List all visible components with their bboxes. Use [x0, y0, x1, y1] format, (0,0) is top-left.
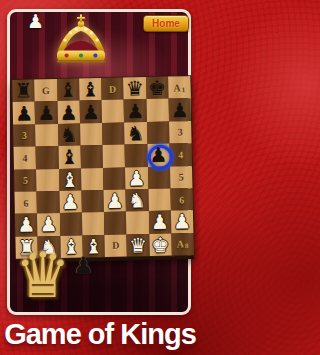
piece-white-pawn[interactable]: ♟: [148, 211, 171, 234]
square-f5[interactable]: ♝: [59, 168, 82, 191]
square-e2[interactable]: ♟: [79, 100, 102, 123]
square-b4[interactable]: ♟: [147, 144, 170, 167]
square-d3[interactable]: [102, 122, 125, 145]
square-d8[interactable]: D: [104, 234, 127, 257]
square-c8[interactable]: ♛: [127, 234, 150, 257]
chess-board[interactable]: ♜G♝♝D♛♚A1♟♟♟♟♟♟3♞♞34♝♟45♝♟56♟♟♞6♟♟♟♟♜♞♝♝…: [11, 75, 195, 260]
square-e7[interactable]: [82, 212, 105, 235]
piece-black-pawn[interactable]: ♟: [13, 102, 36, 125]
square-b6[interactable]: [148, 188, 171, 211]
piece-white-pawn[interactable]: ♟: [37, 213, 60, 236]
square-e3[interactable]: [80, 123, 103, 146]
square-h4[interactable]: 4: [14, 147, 37, 170]
square-b2[interactable]: [146, 99, 169, 122]
piece-black-king[interactable]: ♚: [146, 77, 169, 100]
square-f7[interactable]: [59, 213, 82, 236]
square-h7[interactable]: ♟: [15, 214, 38, 237]
square-e1[interactable]: ♝: [79, 78, 102, 101]
square-f6[interactable]: ♟: [59, 190, 82, 213]
square-e6[interactable]: [81, 190, 104, 213]
square-c5[interactable]: ♟: [125, 167, 148, 190]
square-label: D: [101, 78, 124, 101]
square-a2[interactable]: ♟: [168, 99, 191, 122]
square-a8[interactable]: A8: [171, 233, 194, 256]
piece-white-knight[interactable]: ♞: [126, 189, 149, 212]
piece-black-pawn[interactable]: ♟: [57, 101, 80, 124]
piece-white-pawn[interactable]: ♟: [59, 190, 82, 213]
piece-black-queen[interactable]: ♛: [123, 77, 146, 100]
square-g5[interactable]: [36, 168, 59, 191]
piece-black-bishop[interactable]: ♝: [58, 146, 81, 169]
square-label: D: [104, 234, 127, 257]
square-label: 3: [169, 121, 192, 144]
piece-black-pawn[interactable]: ♟: [168, 99, 191, 122]
piece-white-pawn[interactable]: ♟: [103, 189, 126, 212]
app-title: Game of Kings: [0, 318, 200, 351]
piece-black-pawn[interactable]: ♟: [35, 101, 58, 124]
square-label: 4: [14, 147, 37, 170]
square-g2[interactable]: ♟: [35, 101, 58, 124]
square-c7[interactable]: [126, 211, 149, 234]
square-label: 5: [14, 169, 37, 192]
square-g4[interactable]: [36, 146, 59, 169]
square-a3[interactable]: 3: [169, 121, 192, 144]
square-b1[interactable]: ♚: [146, 77, 169, 100]
piece-white-pawn[interactable]: ♟: [15, 214, 38, 237]
square-c4[interactable]: [125, 144, 148, 167]
square-g6[interactable]: [37, 191, 60, 214]
square-g7[interactable]: ♟: [37, 213, 60, 236]
square-f2[interactable]: ♟: [57, 101, 80, 124]
square-a1[interactable]: A1: [168, 76, 191, 99]
square-c1[interactable]: ♛: [123, 77, 146, 100]
square-b7[interactable]: ♟: [148, 211, 171, 234]
square-e5[interactable]: [81, 168, 104, 191]
square-d5[interactable]: [103, 167, 126, 190]
black-pawn-icon: ♟: [73, 254, 94, 277]
piece-white-king[interactable]: ♚: [149, 233, 172, 256]
piece-black-knight[interactable]: ♞: [58, 123, 81, 146]
square-h2[interactable]: ♟: [13, 102, 36, 125]
piece-black-rook[interactable]: ♜: [12, 79, 35, 102]
piece-white-pawn[interactable]: ♟: [125, 167, 148, 190]
square-a5[interactable]: 5: [170, 166, 193, 189]
square-label: 6: [170, 188, 193, 211]
golden-queen-piece: ♛: [15, 245, 71, 307]
square-a7[interactable]: ♟: [171, 210, 194, 233]
square-label: A8: [171, 233, 194, 256]
square-label: 3: [13, 124, 36, 147]
square-label: 6: [14, 191, 37, 214]
square-b3[interactable]: [147, 121, 170, 144]
piece-black-pawn[interactable]: ♟: [147, 144, 170, 167]
square-f3[interactable]: ♞: [58, 123, 81, 146]
square-d2[interactable]: [102, 100, 125, 123]
piece-black-pawn[interactable]: ♟: [124, 99, 147, 122]
home-button[interactable]: Home: [143, 15, 189, 32]
square-label: 5: [170, 166, 193, 189]
square-g1[interactable]: G: [34, 79, 57, 102]
square-c3[interactable]: ♞: [124, 122, 147, 145]
piece-white-pawn[interactable]: ♟: [171, 210, 194, 233]
piece-white-queen[interactable]: ♛: [127, 234, 150, 257]
square-e4[interactable]: [80, 145, 103, 168]
square-h5[interactable]: 5: [14, 169, 37, 192]
square-d6[interactable]: ♟: [103, 189, 126, 212]
square-label: G: [34, 79, 57, 102]
square-label: A1: [168, 76, 191, 99]
white-pawn-icon: ♟: [27, 12, 44, 31]
square-d1[interactable]: D: [101, 78, 124, 101]
piece-black-pawn[interactable]: ♟: [79, 100, 102, 123]
square-h3[interactable]: 3: [13, 124, 36, 147]
square-d7[interactable]: [104, 212, 127, 235]
piece-black-knight[interactable]: ♞: [124, 122, 147, 145]
crown-icon: [49, 12, 113, 68]
square-h1[interactable]: ♜: [12, 79, 35, 102]
piece-white-bishop[interactable]: ♝: [59, 168, 82, 191]
piece-black-bishop[interactable]: ♝: [79, 78, 102, 101]
square-b8[interactable]: ♚: [149, 233, 172, 256]
square-g3[interactable]: [35, 124, 58, 147]
square-d4[interactable]: [103, 145, 126, 168]
square-a6[interactable]: 6: [170, 188, 193, 211]
square-f1[interactable]: ♝: [57, 78, 80, 101]
piece-black-bishop[interactable]: ♝: [57, 78, 80, 101]
square-f4[interactable]: ♝: [58, 146, 81, 169]
square-h6[interactable]: 6: [14, 191, 37, 214]
square-c2[interactable]: ♟: [124, 99, 147, 122]
square-c6[interactable]: ♞: [126, 189, 149, 212]
